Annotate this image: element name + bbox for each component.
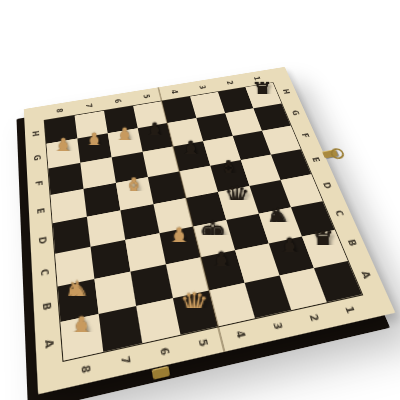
file-label-F: F [288,125,324,146]
board-square-d8[interactable] [53,217,91,254]
file-label-D: D [308,174,346,198]
rank-label-6: 6 [106,89,129,113]
rank-label-4: 4 [162,80,186,104]
black-pawn[interactable]: ♟ [275,234,303,266]
white-pawn[interactable]: ♟ [165,224,193,255]
white-queen[interactable]: ♛ [179,289,209,323]
white-pawn[interactable]: ♟ [81,130,106,157]
white-knight[interactable]: ♞ [62,277,92,310]
black-king[interactable]: ♚ [199,217,227,248]
file-label-G: G [278,103,312,123]
black-pawn[interactable]: ♟ [142,120,166,147]
black-knight[interactable]: ♞ [265,205,292,235]
chess-board: 87654321 87654321 HGFEDCBA HGFEDCBA ♜♟♟♟… [24,67,396,394]
black-queen[interactable]: ♛ [223,183,250,212]
chess-board-3d-wrap: 87654321 87654321 HGFEDCBA HGFEDCBA ♜♟♟♟… [24,67,396,394]
board-square-b7[interactable] [94,272,136,314]
white-pawn[interactable]: ♟ [112,125,137,152]
white-bishop[interactable]: ♝ [120,174,146,203]
white-pawn[interactable]: ♟ [50,135,75,163]
black-pawn[interactable]: ♟ [178,138,203,166]
board-square-a8[interactable]: ♟ [61,314,104,361]
rank-label-7: 7 [77,94,100,119]
board-square-e6[interactable]: ♝ [116,177,154,210]
board-square-a5[interactable]: ♛ [173,290,218,334]
rank-label-8: 8 [48,98,70,123]
white-pawn[interactable]: ♟ [65,313,96,348]
file-label-H: H [270,83,303,101]
board-square-f7[interactable] [80,157,116,189]
board-square-f4[interactable]: ♟ [173,141,210,171]
black-rook[interactable]: ♜ [308,227,336,258]
black-pawn[interactable]: ♟ [206,248,235,280]
rank-label-5: 5 [134,85,158,109]
board-square-c7[interactable] [91,240,131,279]
product-photo-scene: 87654321 87654321 HGFEDCBA HGFEDCBA ♜♟♟♟… [0,0,400,400]
